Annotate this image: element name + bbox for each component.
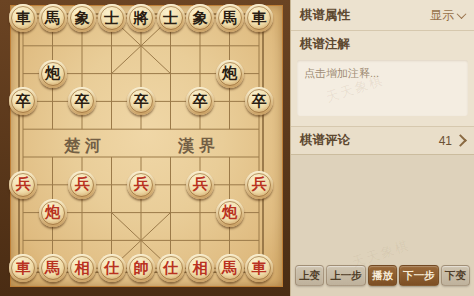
show-properties-label: 显示 xyxy=(430,7,454,24)
piece-red-soldier[interactable]: 兵 xyxy=(68,171,96,199)
piece-red-elephant[interactable]: 相 xyxy=(186,254,214,282)
board-cell[interactable]: 兵 xyxy=(8,171,38,199)
board-cell[interactable]: 卒 xyxy=(8,87,38,115)
board-cell[interactable] xyxy=(244,199,274,227)
board-cell[interactable]: 炮 xyxy=(38,60,68,88)
piece-black-soldier[interactable]: 卒 xyxy=(186,87,214,115)
board-cell[interactable] xyxy=(185,32,215,60)
piece-black-horse[interactable]: 馬 xyxy=(216,4,244,32)
board-cell[interactable] xyxy=(244,143,274,171)
piece-ring xyxy=(129,6,153,30)
piece-black-advisor[interactable]: 士 xyxy=(98,4,126,32)
board-cell[interactable] xyxy=(156,87,186,115)
playback-controls: 上变 上一步 播放 下一步 下变 xyxy=(291,265,474,296)
board-cell[interactable]: 炮 xyxy=(38,199,68,227)
piece-red-soldier[interactable]: 兵 xyxy=(186,171,214,199)
piece-ring xyxy=(247,6,271,30)
board-cell[interactable]: 士 xyxy=(156,4,186,32)
board-cell[interactable]: 卒 xyxy=(185,87,215,115)
board-cell[interactable] xyxy=(8,60,38,88)
board-cell[interactable] xyxy=(8,226,38,254)
piece-ring xyxy=(188,89,212,113)
piece-ring xyxy=(41,201,65,225)
piece-ring xyxy=(11,6,35,30)
board-cell[interactable] xyxy=(67,199,97,227)
piece-black-advisor[interactable]: 士 xyxy=(157,4,185,32)
board-cell[interactable] xyxy=(97,87,127,115)
piece-ring xyxy=(70,89,94,113)
piece-red-cannon[interactable]: 炮 xyxy=(39,199,67,227)
board-cell[interactable]: 馬 xyxy=(38,254,68,282)
xiangqi-app: 楚河 漢界 車馬象士將士象馬車炮炮卒卒卒卒卒兵兵兵兵兵炮炮車馬相仕帥仕相馬車 棋… xyxy=(0,0,474,296)
piece-ring xyxy=(188,173,212,197)
chevron-right-icon xyxy=(454,134,467,147)
piece-black-cannon[interactable]: 炮 xyxy=(216,60,244,88)
board-cell[interactable]: 兵 xyxy=(244,171,274,199)
piece-ring xyxy=(70,173,94,197)
comments-row[interactable]: 棋谱评论 41 xyxy=(291,126,474,155)
piece-red-general[interactable]: 帥 xyxy=(127,254,155,282)
piece-ring xyxy=(188,6,212,30)
piece-ring xyxy=(159,6,183,30)
piece-black-soldier[interactable]: 卒 xyxy=(9,87,37,115)
piece-ring xyxy=(159,256,183,280)
piece-ring xyxy=(11,173,35,197)
board-cell[interactable]: 車 xyxy=(244,254,274,282)
piece-ring xyxy=(218,62,242,86)
board-cell[interactable] xyxy=(215,32,245,60)
board-cell[interactable] xyxy=(215,143,245,171)
board-cell[interactable] xyxy=(185,226,215,254)
board-cell[interactable] xyxy=(156,143,186,171)
piece-ring xyxy=(129,89,153,113)
board-cell[interactable]: 帥 xyxy=(126,254,156,282)
piece-black-soldier[interactable]: 卒 xyxy=(127,87,155,115)
sidebar-bottom: 天天象棋 上变 上一步 播放 下一步 下变 xyxy=(291,155,474,296)
board-cell[interactable] xyxy=(156,32,186,60)
play-button[interactable]: 播放 xyxy=(368,265,397,286)
board-cell[interactable] xyxy=(126,60,156,88)
piece-black-cannon[interactable]: 炮 xyxy=(39,60,67,88)
comments-count: 41 xyxy=(439,134,452,148)
annotation-header: 棋谱注解 xyxy=(291,31,474,58)
board-cell[interactable] xyxy=(38,32,68,60)
board-cell[interactable] xyxy=(97,60,127,88)
show-properties-button[interactable]: 显示 xyxy=(430,7,465,24)
piece-black-soldier[interactable]: 卒 xyxy=(68,87,96,115)
board-cell[interactable] xyxy=(67,115,97,143)
board-cell[interactable]: 卒 xyxy=(244,87,274,115)
piece-red-cannon[interactable]: 炮 xyxy=(216,199,244,227)
board-cell[interactable]: 馬 xyxy=(215,254,245,282)
board-cell[interactable] xyxy=(126,199,156,227)
board-cell[interactable] xyxy=(97,143,127,171)
piece-ring xyxy=(11,256,35,280)
board-cell[interactable]: 卒 xyxy=(67,87,97,115)
piece-black-chariot[interactable]: 車 xyxy=(9,4,37,32)
board-cell[interactable]: 兵 xyxy=(185,171,215,199)
board-cell[interactable]: 將 xyxy=(126,4,156,32)
board-cell[interactable] xyxy=(215,171,245,199)
piece-red-chariot[interactable]: 車 xyxy=(245,254,273,282)
piece-ring xyxy=(129,256,153,280)
board-cell[interactable] xyxy=(156,171,186,199)
manual-properties-label: 棋谱属性 xyxy=(300,7,350,24)
board-cell[interactable] xyxy=(156,199,186,227)
piece-ring xyxy=(218,256,242,280)
board-cell[interactable]: 兵 xyxy=(67,171,97,199)
board-cell[interactable] xyxy=(244,115,274,143)
piece-ring xyxy=(70,6,94,30)
kifu-sidebar: 棋谱属性 显示 棋谱注解 点击增加注释... 天天象棋 棋谱评论 41 天天象棋 xyxy=(290,0,474,296)
piece-red-soldier[interactable]: 兵 xyxy=(127,171,155,199)
board-cell[interactable] xyxy=(8,32,38,60)
board-cell[interactable] xyxy=(244,32,274,60)
board-cell[interactable] xyxy=(38,171,68,199)
board-cell[interactable] xyxy=(244,226,274,254)
annotation-label: 棋谱注解 xyxy=(300,36,350,53)
board-cell[interactable]: 相 xyxy=(67,254,97,282)
board-cell[interactable] xyxy=(97,199,127,227)
piece-ring xyxy=(70,256,94,280)
board-cell[interactable] xyxy=(97,226,127,254)
board-cell[interactable] xyxy=(185,199,215,227)
piece-black-elephant[interactable]: 象 xyxy=(186,4,214,32)
piece-ring xyxy=(218,6,242,30)
board-cell[interactable]: 仕 xyxy=(97,254,127,282)
board-cell[interactable] xyxy=(67,60,97,88)
board-cell[interactable] xyxy=(38,143,68,171)
board-cell[interactable] xyxy=(215,115,245,143)
board-cell[interactable] xyxy=(67,226,97,254)
board-cell[interactable] xyxy=(97,171,127,199)
board-cell[interactable]: 相 xyxy=(185,254,215,282)
piece-ring xyxy=(247,256,271,280)
board-cell[interactable] xyxy=(126,32,156,60)
board-cell[interactable] xyxy=(215,226,245,254)
board-cell[interactable] xyxy=(156,60,186,88)
piece-ring xyxy=(41,6,65,30)
board-cell[interactable]: 車 xyxy=(244,4,274,32)
annotation-section: 点击增加注释... 天天象棋 xyxy=(291,58,474,126)
piece-ring xyxy=(129,173,153,197)
piece-black-elephant[interactable]: 象 xyxy=(68,4,96,32)
board-cell[interactable] xyxy=(156,226,186,254)
piece-black-chariot[interactable]: 車 xyxy=(245,4,273,32)
piece-black-soldier[interactable]: 卒 xyxy=(245,87,273,115)
board-cell[interactable] xyxy=(67,32,97,60)
piece-ring xyxy=(11,89,35,113)
board-cell[interactable]: 馬 xyxy=(38,4,68,32)
board-cell[interactable]: 象 xyxy=(67,4,97,32)
next-variation-button[interactable]: 下变 xyxy=(441,265,470,286)
piece-grid: 車馬象士將士象馬車炮炮卒卒卒卒卒兵兵兵兵兵炮炮車馬相仕帥仕相馬車 xyxy=(8,4,274,282)
chevron-down-icon xyxy=(457,9,467,19)
piece-ring xyxy=(41,256,65,280)
piece-black-horse[interactable]: 馬 xyxy=(39,4,67,32)
board-cell[interactable]: 仕 xyxy=(156,254,186,282)
piece-ring xyxy=(218,201,242,225)
piece-black-general[interactable]: 將 xyxy=(127,4,155,32)
board-cell[interactable]: 馬 xyxy=(215,4,245,32)
piece-red-advisor[interactable]: 仕 xyxy=(98,254,126,282)
piece-red-chariot[interactable]: 車 xyxy=(9,254,37,282)
piece-red-horse[interactable]: 馬 xyxy=(39,254,67,282)
board-cell[interactable]: 象 xyxy=(185,4,215,32)
board-cell[interactable]: 士 xyxy=(97,4,127,32)
piece-red-soldier[interactable]: 兵 xyxy=(245,171,273,199)
piece-red-soldier[interactable]: 兵 xyxy=(9,171,37,199)
board-cell[interactable] xyxy=(97,32,127,60)
board-cell[interactable] xyxy=(67,143,97,171)
next-move-button[interactable]: 下一步 xyxy=(399,265,439,286)
board-cell[interactable] xyxy=(97,115,127,143)
board-cell[interactable]: 炮 xyxy=(215,60,245,88)
board-cell[interactable] xyxy=(8,143,38,171)
annotation-input[interactable]: 点击增加注释... 天天象棋 xyxy=(297,60,468,116)
board-cell[interactable] xyxy=(215,87,245,115)
board-cell[interactable] xyxy=(38,115,68,143)
piece-ring xyxy=(41,62,65,86)
board-cell[interactable] xyxy=(126,143,156,171)
board-cell[interactable] xyxy=(126,226,156,254)
board-cell[interactable] xyxy=(38,226,68,254)
comments-label: 棋谱评论 xyxy=(300,132,350,149)
manual-properties-row: 棋谱属性 显示 xyxy=(291,0,474,31)
board-cell[interactable] xyxy=(156,115,186,143)
board-cell[interactable]: 車 xyxy=(8,4,38,32)
piece-ring xyxy=(188,256,212,280)
board-cell[interactable]: 卒 xyxy=(126,87,156,115)
piece-ring xyxy=(247,173,271,197)
prev-variation-button[interactable]: 上变 xyxy=(295,265,324,286)
board-cell[interactable] xyxy=(185,60,215,88)
board-cell[interactable] xyxy=(126,115,156,143)
piece-ring xyxy=(100,6,124,30)
board-cell[interactable] xyxy=(8,115,38,143)
board-cell[interactable] xyxy=(185,143,215,171)
piece-ring xyxy=(100,256,124,280)
xiangqi-board: 楚河 漢界 車馬象士將士象馬車炮炮卒卒卒卒卒兵兵兵兵兵炮炮車馬相仕帥仕相馬車 xyxy=(0,0,290,296)
piece-ring xyxy=(247,89,271,113)
board-cell[interactable]: 車 xyxy=(8,254,38,282)
board-cell[interactable]: 炮 xyxy=(215,199,245,227)
piece-red-horse[interactable]: 馬 xyxy=(216,254,244,282)
board-cell[interactable] xyxy=(244,60,274,88)
piece-red-advisor[interactable]: 仕 xyxy=(157,254,185,282)
piece-red-elephant[interactable]: 相 xyxy=(68,254,96,282)
board-cell[interactable] xyxy=(8,199,38,227)
board-cell[interactable]: 兵 xyxy=(126,171,156,199)
board-cell[interactable] xyxy=(38,87,68,115)
board-cell[interactable] xyxy=(185,115,215,143)
